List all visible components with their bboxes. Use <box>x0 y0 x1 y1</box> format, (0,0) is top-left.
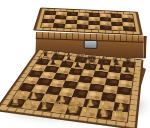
piece-black-pawn: ♟ <box>71 61 83 69</box>
piece-white-king: ♚ <box>65 100 80 115</box>
piece-white-knight: ♞ <box>22 97 37 109</box>
box-lid-square <box>100 25 112 30</box>
piece-white-bishop: ♝ <box>36 99 51 111</box>
box-lid-square <box>65 24 77 29</box>
chess-grid: ♜♞♝♛♚♝♞♜♟♟♟♟♟♟♟♟♟♟♟♟♟♟♟♟♜♞♝♛♚♝♞♜ <box>6 53 136 123</box>
square-d4 <box>62 81 78 90</box>
piece-white-knight: ♞ <box>96 106 112 119</box>
square-c5 <box>52 73 68 81</box>
piece-black-pawn: ♟ <box>108 64 121 73</box>
piece-white-bishop: ♝ <box>80 104 95 117</box>
square-f5 <box>91 77 106 85</box>
square-g7: ♟ <box>108 66 122 73</box>
square-h7: ♟ <box>120 67 134 74</box>
box-lid-square <box>123 26 135 31</box>
clasp-latch-icon <box>83 40 97 49</box>
box-lid-square <box>88 25 100 30</box>
product-photo: ♜♞♝♛♚♝♞♜♟♟♟♟♟♟♟♟♟♟♟♟♟♟♟♟♜♞♝♛♚♝♞♜ <box>0 0 150 128</box>
open-chess-board: ♜♞♝♛♚♝♞♜♟♟♟♟♟♟♟♟♟♟♟♟♟♟♟♟♜♞♝♛♚♝♞♜ <box>0 49 143 128</box>
piece-black-pawn: ♟ <box>47 58 59 66</box>
box-lid-square <box>53 23 65 28</box>
square-b4 <box>36 78 53 86</box>
piece-white-queen: ♛ <box>51 100 66 114</box>
box-lid-square <box>76 24 88 29</box>
piece-white-rook: ♜ <box>8 96 23 107</box>
piece-black-pawn: ♟ <box>121 66 134 75</box>
piece-black-pawn: ♟ <box>95 63 108 72</box>
closed-box-lid <box>33 7 143 35</box>
piece-black-pawn: ♟ <box>59 59 71 67</box>
box-lid-grid <box>40 10 136 31</box>
piece-black-pawn: ♟ <box>36 57 48 65</box>
piece-white-rook: ♜ <box>111 109 127 121</box>
piece-black-pawn: ♟ <box>83 62 95 70</box>
square-h1: ♜ <box>111 110 128 121</box>
box-lid-square <box>111 26 123 31</box>
